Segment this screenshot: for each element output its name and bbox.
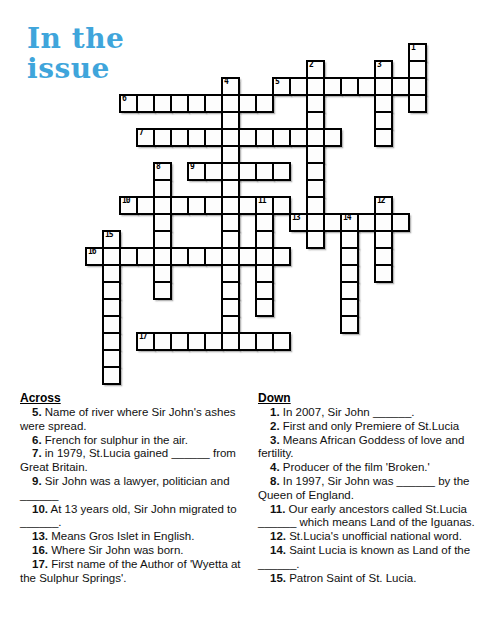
- clue-item: 6. French for sulphur in the air.: [20, 434, 254, 448]
- cell-number: 15: [105, 230, 113, 240]
- grid-cell[interactable]: [374, 128, 393, 147]
- clue-item: 8. In 1997, Sir John was ______ by the Q…: [258, 475, 494, 503]
- clue-number: 6.: [32, 434, 42, 446]
- cell-number: 1: [411, 43, 415, 53]
- crossword-page: { "game": "crossword", "title": {"line1"…: [0, 0, 495, 640]
- grid-cell[interactable]: [153, 281, 172, 300]
- cell-number: 5: [275, 77, 279, 87]
- grid-cell[interactable]: [272, 332, 291, 351]
- down-clue-list: 1. In 2007, Sir John ______.2. First and…: [258, 406, 494, 585]
- clue-number: 8.: [270, 475, 280, 487]
- cell-number: 10: [122, 196, 130, 206]
- clue-number: 14.: [270, 544, 286, 556]
- cell-number: 6: [122, 94, 126, 104]
- clue-item: 9. Sir John was a lawyer, politician and…: [20, 475, 254, 503]
- clue-number: 7.: [32, 447, 42, 459]
- down-header: Down: [258, 391, 494, 405]
- grid-cell[interactable]: [255, 94, 274, 113]
- clue-number: 2.: [270, 420, 280, 432]
- across-header: Across: [20, 391, 254, 405]
- grid-cell[interactable]: [340, 315, 359, 334]
- clue-item: 3. Means African Goddess of love and fer…: [258, 434, 494, 462]
- clue-number: 5.: [32, 406, 42, 418]
- clue-item: 13. Means Gros Islet in English.: [20, 530, 254, 544]
- grid-cell[interactable]: [323, 128, 342, 147]
- grid-cell[interactable]: [272, 247, 291, 266]
- cell-number: 13: [292, 213, 300, 223]
- grid-cell[interactable]: [306, 230, 325, 249]
- clue-number: 10.: [32, 503, 48, 515]
- cell-number: 7: [139, 128, 143, 138]
- clue-number: 9.: [32, 475, 42, 487]
- cell-number: 16: [88, 247, 96, 257]
- cell-number: 17: [139, 332, 147, 342]
- grid-cell[interactable]: [255, 298, 274, 317]
- clue-item: 1. In 2007, Sir John ______.: [258, 406, 494, 420]
- clue-item: 15. Patron Saint of St. Lucia.: [258, 572, 494, 586]
- cell-number: 8: [156, 162, 160, 172]
- grid-cell[interactable]: [102, 366, 121, 385]
- clue-item: 14. Saint Lucia is known as Land of the …: [258, 544, 494, 572]
- cell-number: 12: [377, 196, 385, 206]
- clue-number: 13.: [32, 530, 48, 542]
- cell-number: 9: [190, 162, 194, 172]
- cell-number: 4: [224, 77, 228, 87]
- down-clues: Down 1. In 2007, Sir John ______.2. Firs…: [258, 391, 494, 585]
- grid-cell[interactable]: [391, 213, 410, 232]
- clue-number: 11.: [270, 503, 285, 515]
- clue-item: 17. First name of the Author of 'Wyetta …: [20, 558, 254, 586]
- clue-item: 5. Name of river where Sir John's ashes …: [20, 406, 254, 434]
- cell-number: 11: [258, 196, 266, 206]
- clue-number: 3.: [270, 434, 280, 446]
- cell-number: 2: [309, 60, 313, 70]
- clue-number: 12.: [270, 530, 286, 542]
- clue-number: 15.: [270, 572, 286, 584]
- across-clue-list: 5. Name of river where Sir John's ashes …: [20, 406, 254, 585]
- clue-number: 4.: [270, 461, 280, 473]
- grid-cell[interactable]: [408, 94, 427, 113]
- cell-number: 3: [377, 60, 381, 70]
- clue-item: 4. Producer of the film 'Broken.': [258, 461, 494, 475]
- across-clues: Across 5. Name of river where Sir John's…: [20, 391, 254, 585]
- clue-item: 12. St.Lucia's unofficial national word.: [258, 530, 494, 544]
- crossword-grid: 1234567891011121314151617: [85, 43, 443, 401]
- clue-item: 16. Where Sir John was born.: [20, 544, 254, 558]
- clue-item: 7. in 1979, St.Lucia gained ______ from …: [20, 447, 254, 475]
- clue-item: 10. At 13 years old, Sir John migrated t…: [20, 503, 254, 531]
- clue-number: 16.: [32, 544, 48, 556]
- grid-cell[interactable]: [374, 264, 393, 283]
- clue-item: 11. Our early ancestors called St.Lucia …: [258, 503, 494, 531]
- clue-item: 2. First and only Premiere of St.Lucia: [258, 420, 494, 434]
- clue-number: 1.: [270, 406, 280, 418]
- grid-cell[interactable]: [272, 162, 291, 181]
- clue-number: 17.: [32, 558, 48, 570]
- cell-number: 14: [343, 213, 351, 223]
